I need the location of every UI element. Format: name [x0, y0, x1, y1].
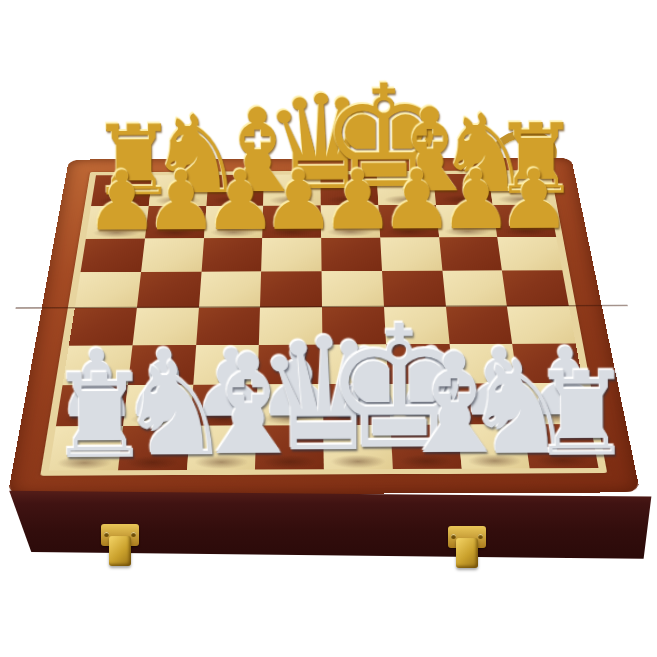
piece-gold-pawn[interactable]: ♟	[85, 159, 144, 241]
piece-silver-queen[interactable]: ♛	[254, 318, 324, 475]
square-b7[interactable]: ♟	[145, 206, 206, 239]
board-frame: ♜♞♝♛♚♝♞♜♟♟♟♟♟♟♟♟♟♟♟♟♟♟♟♟♜♞♝♛♚♝♞♜	[8, 158, 641, 496]
square-b1[interactable]: ♞	[118, 426, 190, 470]
piece-silver-rook[interactable]: ♜	[48, 359, 117, 475]
piece-silver-knight[interactable]: ♞	[117, 345, 186, 475]
piece-gold-pawn[interactable]: ♟	[321, 159, 380, 241]
square-h1[interactable]: ♜	[524, 424, 599, 468]
piece-silver-knight[interactable]: ♞	[461, 343, 530, 473]
latch-right	[448, 526, 486, 574]
screw-icon	[131, 532, 136, 537]
piece-silver-bishop[interactable]: ♝	[186, 336, 255, 475]
square-a7[interactable]: ♟	[86, 206, 149, 239]
piece-gold-pawn[interactable]: ♟	[144, 159, 203, 241]
square-g7[interactable]: ♟	[436, 205, 498, 237]
square-f6[interactable]	[380, 237, 442, 271]
piece-gold-pawn[interactable]: ♟	[439, 158, 498, 240]
piece-gold-pawn[interactable]: ♟	[203, 159, 262, 241]
latch-left	[101, 524, 139, 572]
square-e6[interactable]	[321, 237, 382, 271]
square-c7[interactable]: ♟	[204, 206, 264, 239]
square-c5[interactable]	[198, 272, 261, 308]
square-h7[interactable]: ♟	[493, 204, 556, 236]
square-d6[interactable]	[261, 238, 321, 272]
square-g6[interactable]	[439, 237, 502, 271]
piece-silver-king[interactable]: ♚	[323, 304, 393, 474]
square-a6[interactable]	[81, 238, 145, 272]
square-g1[interactable]: ♞	[457, 424, 530, 468]
square-d5[interactable]	[260, 271, 322, 307]
square-b6[interactable]	[141, 238, 204, 272]
square-a5[interactable]	[75, 272, 141, 308]
chess-box: ♜♞♝♛♚♝♞♜♟♟♟♟♟♟♟♟♟♟♟♟♟♟♟♟♜♞♝♛♚♝♞♜	[8, 158, 641, 496]
piece-silver-rook[interactable]: ♜	[530, 356, 599, 472]
chess-board[interactable]: ♜♞♝♛♚♝♞♜♟♟♟♟♟♟♟♟♟♟♟♟♟♟♟♟♜♞♝♛♚♝♞♜	[40, 170, 607, 475]
square-h6[interactable]	[497, 237, 562, 271]
piece-silver-bishop[interactable]: ♝	[392, 335, 461, 474]
square-d7[interactable]: ♟	[262, 205, 321, 237]
square-a1[interactable]: ♜	[49, 426, 123, 470]
product-photo-scene: ♜♞♝♛♚♝♞♜♟♟♟♟♟♟♟♟♟♟♟♟♟♟♟♟♜♞♝♛♚♝♞♜	[0, 0, 657, 657]
latch-knob	[456, 538, 478, 568]
piece-gold-pawn[interactable]: ♟	[262, 159, 321, 241]
square-e1[interactable]: ♚	[323, 425, 392, 469]
square-d1[interactable]: ♛	[255, 425, 324, 469]
square-f1[interactable]: ♝	[390, 425, 461, 469]
square-f7[interactable]: ♟	[378, 205, 439, 237]
piece-gold-pawn[interactable]: ♟	[498, 158, 557, 240]
screw-icon	[478, 534, 483, 539]
screw-icon	[104, 532, 109, 537]
square-c1[interactable]: ♝	[186, 426, 256, 470]
board-grid[interactable]: ♜♞♝♛♚♝♞♜♟♟♟♟♟♟♟♟♟♟♟♟♟♟♟♟♜♞♝♛♚♝♞♜	[49, 174, 599, 471]
latch-knob	[109, 536, 131, 566]
screw-icon	[451, 534, 456, 539]
square-e7[interactable]: ♟	[321, 205, 380, 237]
piece-gold-pawn[interactable]: ♟	[380, 158, 439, 240]
square-c6[interactable]	[201, 238, 262, 272]
square-b5[interactable]	[137, 272, 201, 308]
square-h5[interactable]	[502, 270, 569, 306]
